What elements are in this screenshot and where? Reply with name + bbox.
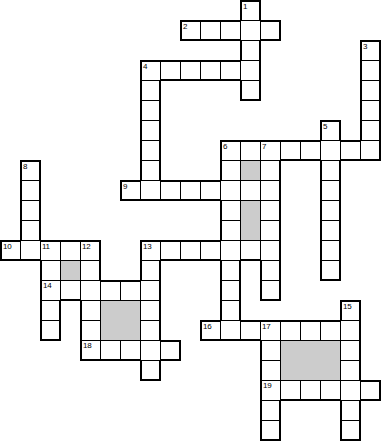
crossword-cell[interactable]: 10	[0, 240, 21, 261]
crossword-cell[interactable]: 4	[140, 60, 161, 81]
crossword-cell[interactable]	[300, 140, 321, 161]
crossword-cell[interactable]	[240, 20, 261, 41]
shaded-cell	[320, 360, 341, 381]
clue-number: 2	[183, 22, 187, 31]
clue-number: 8	[23, 162, 27, 171]
crossword-cell[interactable]	[260, 200, 281, 221]
crossword-cell[interactable]	[80, 260, 101, 281]
crossword-cell[interactable]	[220, 320, 241, 341]
crossword-cell[interactable]	[200, 60, 221, 81]
crossword-cell[interactable]	[280, 380, 301, 401]
clue-number: 9	[123, 182, 127, 191]
crossword-cell[interactable]	[260, 400, 281, 421]
clue-number: 6	[223, 142, 227, 151]
crossword-cell[interactable]	[320, 140, 341, 161]
crossword-cell[interactable]	[40, 260, 61, 281]
crossword-cell[interactable]	[80, 300, 101, 321]
crossword-cell[interactable]	[140, 160, 161, 181]
clue-number: 7	[262, 142, 266, 151]
crossword-cell[interactable]	[260, 220, 281, 241]
shaded-cell	[100, 300, 121, 321]
crossword-cell[interactable]	[140, 260, 161, 281]
crossword-cell[interactable]	[140, 180, 161, 201]
crossword-cell[interactable]: 18	[80, 340, 101, 361]
crossword-cell[interactable]	[140, 140, 161, 161]
crossword-cell[interactable]: 12	[80, 240, 101, 261]
crossword-cell[interactable]	[340, 420, 361, 441]
crossword-cell[interactable]	[100, 280, 121, 301]
crossword-cell[interactable]	[300, 380, 321, 401]
crossword-cell[interactable]	[320, 160, 341, 181]
shaded-cell	[240, 160, 261, 181]
crossword-cell[interactable]	[180, 60, 201, 81]
crossword-cell[interactable]	[80, 280, 101, 301]
crossword-cell[interactable]	[240, 240, 261, 261]
crossword-cell[interactable]: 3	[360, 40, 381, 61]
crossword-cell[interactable]	[40, 320, 61, 341]
clue-number: 14	[43, 281, 51, 290]
crossword-cell[interactable]	[180, 180, 201, 201]
crossword-cell[interactable]	[140, 280, 161, 301]
crossword-cell[interactable]	[60, 280, 81, 301]
crossword-cell[interactable]	[120, 340, 141, 361]
crossword-cell[interactable]	[220, 160, 241, 181]
crossword-cell[interactable]	[140, 340, 161, 361]
crossword-cell[interactable]	[360, 120, 381, 141]
shaded-cell	[120, 320, 141, 341]
crossword-cell[interactable]	[340, 380, 361, 401]
crossword-cell[interactable]	[260, 360, 281, 381]
crossword-cell[interactable]	[240, 180, 261, 201]
crossword-cell[interactable]	[200, 240, 221, 261]
crossword-cell[interactable]	[320, 200, 341, 221]
crossword-cell[interactable]	[320, 260, 341, 281]
crossword-cell[interactable]	[180, 240, 201, 261]
crossword-cell[interactable]	[220, 240, 241, 261]
crossword-cell[interactable]	[220, 300, 241, 321]
crossword-cell[interactable]	[260, 180, 281, 201]
crossword-cell[interactable]	[260, 420, 281, 441]
crossword-cell[interactable]	[220, 180, 241, 201]
shaded-cell	[60, 260, 81, 281]
crossword-puzzle-page: 12345678910111213141516171819	[0, 0, 381, 441]
crossword-cell[interactable]	[320, 320, 341, 341]
crossword-cell[interactable]	[360, 140, 381, 161]
crossword-cell[interactable]	[100, 340, 121, 361]
crossword-cell[interactable]: 9	[120, 180, 141, 201]
crossword-cell[interactable]	[280, 140, 301, 161]
crossword-cell[interactable]	[140, 360, 161, 381]
crossword-cell[interactable]: 17	[260, 320, 281, 341]
crossword-cell[interactable]	[200, 20, 221, 41]
crossword-cell[interactable]	[140, 80, 161, 101]
clue-number: 17	[262, 322, 270, 331]
crossword-cell[interactable]	[80, 320, 101, 341]
shaded-cell	[100, 320, 121, 341]
crossword-cell[interactable]	[240, 40, 261, 61]
crossword-cell[interactable]	[40, 300, 61, 321]
crossword-cell[interactable]	[240, 60, 261, 81]
crossword-cell[interactable]	[220, 220, 241, 241]
crossword-cell[interactable]	[240, 140, 261, 161]
shaded-cell	[120, 300, 141, 321]
crossword-cell[interactable]	[260, 340, 281, 361]
crossword-cell[interactable]: 19	[260, 380, 281, 401]
crossword-cell[interactable]: 14	[40, 280, 61, 301]
crossword-cell[interactable]: 16	[200, 320, 221, 341]
shaded-cell	[300, 340, 321, 361]
crossword-cell[interactable]: 2	[180, 20, 201, 41]
crossword-cell[interactable]	[220, 260, 241, 281]
clue-number: 10	[3, 242, 11, 251]
clue-number: 11	[42, 242, 50, 251]
crossword-cell[interactable]	[60, 240, 81, 261]
crossword-cell[interactable]	[120, 280, 141, 301]
shaded-cell	[320, 340, 341, 361]
clue-number: 3	[363, 42, 367, 51]
crossword-cell[interactable]	[200, 180, 221, 201]
crossword-cell[interactable]	[220, 20, 241, 41]
crossword-cell[interactable]	[360, 100, 381, 121]
crossword-cell[interactable]: 11	[40, 240, 61, 261]
clue-number: 4	[143, 62, 147, 71]
crossword-cell[interactable]	[300, 320, 321, 341]
crossword-cell[interactable]	[340, 320, 361, 341]
crossword-cell[interactable]: 7	[260, 140, 281, 161]
clue-number: 19	[263, 381, 271, 390]
crossword-cell[interactable]	[220, 280, 241, 301]
crossword-cell[interactable]	[140, 120, 161, 141]
crossword-cell[interactable]	[340, 400, 361, 421]
crossword-cell[interactable]	[160, 180, 181, 201]
clue-number: 15	[343, 302, 351, 311]
clue-number: 16	[203, 322, 211, 331]
crossword-cell[interactable]: 13	[140, 240, 161, 261]
clue-number: 1	[243, 2, 247, 11]
clue-number: 12	[82, 242, 90, 251]
crossword-cell[interactable]	[20, 200, 41, 221]
crossword-cell[interactable]	[140, 100, 161, 121]
crossword-cell[interactable]	[340, 360, 361, 381]
shaded-cell	[240, 220, 261, 241]
shaded-cell	[300, 360, 321, 381]
crossword-cell[interactable]	[220, 60, 241, 81]
crossword-cell[interactable]: 1	[240, 0, 261, 21]
crossword-cell[interactable]	[260, 280, 281, 301]
crossword-cell[interactable]: 15	[340, 300, 361, 321]
shaded-cell	[280, 340, 301, 361]
crossword-cell[interactable]	[160, 240, 181, 261]
crossword-cell[interactable]	[160, 60, 181, 81]
crossword-grid: 12345678910111213141516171819	[0, 0, 381, 441]
crossword-cell[interactable]	[340, 140, 361, 161]
crossword-cell[interactable]	[340, 340, 361, 361]
crossword-cell[interactable]	[260, 240, 281, 261]
clue-number: 18	[83, 341, 91, 350]
crossword-cell[interactable]	[20, 180, 41, 201]
crossword-cell[interactable]	[260, 20, 281, 41]
crossword-cell[interactable]	[20, 240, 41, 261]
crossword-cell[interactable]	[240, 80, 261, 101]
crossword-cell[interactable]	[320, 380, 341, 401]
crossword-cell[interactable]	[140, 300, 161, 321]
crossword-cell[interactable]	[320, 220, 341, 241]
clue-number: 13	[143, 242, 151, 251]
crossword-cell[interactable]	[360, 60, 381, 81]
crossword-cell[interactable]	[320, 240, 341, 261]
clue-number: 5	[323, 122, 327, 131]
crossword-cell[interactable]	[220, 200, 241, 221]
crossword-cell[interactable]	[320, 180, 341, 201]
shaded-cell	[280, 360, 301, 381]
crossword-cell[interactable]	[360, 80, 381, 101]
crossword-cell[interactable]	[360, 380, 381, 401]
shaded-cell	[240, 200, 261, 221]
crossword-cell[interactable]	[280, 320, 301, 341]
crossword-cell[interactable]	[260, 160, 281, 181]
crossword-cell[interactable]	[160, 340, 181, 361]
crossword-cell[interactable]: 6	[220, 140, 241, 161]
crossword-cell[interactable]	[20, 220, 41, 241]
crossword-cell[interactable]	[260, 260, 281, 281]
crossword-cell[interactable]	[140, 320, 161, 341]
crossword-cell[interactable]	[240, 320, 261, 341]
crossword-cell[interactable]: 8	[20, 160, 41, 181]
crossword-cell[interactable]: 5	[320, 120, 341, 141]
